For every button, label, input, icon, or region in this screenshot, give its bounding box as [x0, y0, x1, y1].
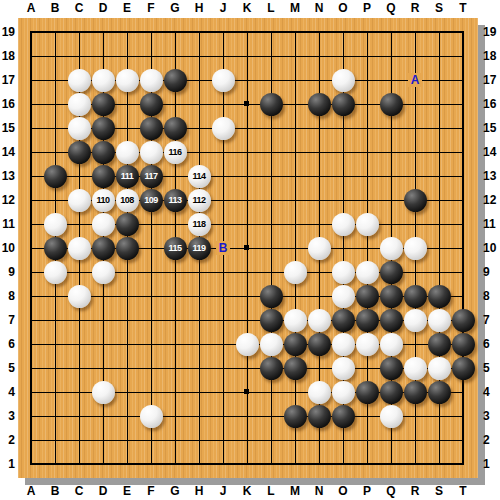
intersection-E5[interactable] [115, 356, 139, 380]
intersection-L16[interactable] [259, 92, 283, 116]
intersection-M9[interactable] [283, 260, 307, 284]
intersection-E6[interactable] [115, 332, 139, 356]
intersection-M18[interactable] [283, 44, 307, 68]
intersection-B10[interactable] [43, 236, 67, 260]
intersection-F5[interactable] [139, 356, 163, 380]
intersection-A7[interactable] [19, 308, 43, 332]
intersection-A2[interactable] [19, 428, 43, 452]
intersection-J14[interactable] [211, 140, 235, 164]
intersection-R17[interactable]: A [403, 68, 427, 92]
intersection-D6[interactable] [91, 332, 115, 356]
intersection-B5[interactable] [43, 356, 67, 380]
intersection-K10[interactable] [235, 236, 259, 260]
intersection-J6[interactable] [211, 332, 235, 356]
intersection-J10[interactable]: B [211, 236, 235, 260]
intersection-C12[interactable] [67, 188, 91, 212]
intersection-L2[interactable] [259, 428, 283, 452]
intersection-P2[interactable] [355, 428, 379, 452]
intersection-N5[interactable] [307, 356, 331, 380]
intersection-J1[interactable] [211, 452, 235, 476]
intersection-K14[interactable] [235, 140, 259, 164]
intersection-R7[interactable] [403, 308, 427, 332]
intersection-S13[interactable] [427, 164, 451, 188]
intersection-J15[interactable] [211, 116, 235, 140]
intersection-S17[interactable] [427, 68, 451, 92]
intersection-S11[interactable] [427, 212, 451, 236]
intersection-N1[interactable] [307, 452, 331, 476]
intersection-M10[interactable] [283, 236, 307, 260]
intersection-H3[interactable] [187, 404, 211, 428]
intersection-K11[interactable] [235, 212, 259, 236]
intersection-S19[interactable] [427, 20, 451, 44]
intersection-L17[interactable] [259, 68, 283, 92]
intersection-A19[interactable] [19, 20, 43, 44]
intersection-J12[interactable] [211, 188, 235, 212]
intersection-B1[interactable] [43, 452, 67, 476]
intersection-O14[interactable] [331, 140, 355, 164]
intersection-O18[interactable] [331, 44, 355, 68]
intersection-L14[interactable] [259, 140, 283, 164]
intersection-C17[interactable] [67, 68, 91, 92]
intersection-E14[interactable] [115, 140, 139, 164]
intersection-D8[interactable] [91, 284, 115, 308]
intersection-A4[interactable] [19, 380, 43, 404]
intersection-J11[interactable] [211, 212, 235, 236]
intersection-K17[interactable] [235, 68, 259, 92]
intersection-C11[interactable] [67, 212, 91, 236]
intersection-N19[interactable] [307, 20, 331, 44]
intersection-K1[interactable] [235, 452, 259, 476]
intersection-J16[interactable] [211, 92, 235, 116]
intersection-M15[interactable] [283, 116, 307, 140]
intersection-A3[interactable] [19, 404, 43, 428]
intersection-H16[interactable] [187, 92, 211, 116]
intersection-F3[interactable] [139, 404, 163, 428]
intersection-L18[interactable] [259, 44, 283, 68]
intersection-R4[interactable] [403, 380, 427, 404]
intersection-J7[interactable] [211, 308, 235, 332]
intersection-J4[interactable] [211, 380, 235, 404]
intersection-H4[interactable] [187, 380, 211, 404]
intersection-E11[interactable] [115, 212, 139, 236]
intersection-N13[interactable] [307, 164, 331, 188]
intersection-J2[interactable] [211, 428, 235, 452]
intersection-C15[interactable] [67, 116, 91, 140]
intersection-E2[interactable] [115, 428, 139, 452]
intersection-G9[interactable] [163, 260, 187, 284]
intersection-C10[interactable] [67, 236, 91, 260]
intersection-G15[interactable] [163, 116, 187, 140]
intersection-F9[interactable] [139, 260, 163, 284]
intersection-H12[interactable]: 112 [187, 188, 211, 212]
intersection-J17[interactable] [211, 68, 235, 92]
intersection-H7[interactable] [187, 308, 211, 332]
intersection-P3[interactable] [355, 404, 379, 428]
intersection-K16[interactable] [235, 92, 259, 116]
intersection-T12[interactable] [451, 188, 475, 212]
intersection-F18[interactable] [139, 44, 163, 68]
intersection-E1[interactable] [115, 452, 139, 476]
intersection-F14[interactable] [139, 140, 163, 164]
intersection-G3[interactable] [163, 404, 187, 428]
intersection-D18[interactable] [91, 44, 115, 68]
intersection-G2[interactable] [163, 428, 187, 452]
intersection-O13[interactable] [331, 164, 355, 188]
intersection-F10[interactable] [139, 236, 163, 260]
intersection-L3[interactable] [259, 404, 283, 428]
intersection-M4[interactable] [283, 380, 307, 404]
intersection-S4[interactable] [427, 380, 451, 404]
intersection-N12[interactable] [307, 188, 331, 212]
intersection-E19[interactable] [115, 20, 139, 44]
intersection-E4[interactable] [115, 380, 139, 404]
intersection-G6[interactable] [163, 332, 187, 356]
intersection-M12[interactable] [283, 188, 307, 212]
intersection-E15[interactable] [115, 116, 139, 140]
intersection-K12[interactable] [235, 188, 259, 212]
intersection-O2[interactable] [331, 428, 355, 452]
intersection-B15[interactable] [43, 116, 67, 140]
intersection-D12[interactable]: 110 [91, 188, 115, 212]
intersection-O7[interactable] [331, 308, 355, 332]
intersection-C5[interactable] [67, 356, 91, 380]
intersection-C18[interactable] [67, 44, 91, 68]
intersection-E13[interactable]: 111 [115, 164, 139, 188]
intersection-N4[interactable] [307, 380, 331, 404]
intersection-K4[interactable] [235, 380, 259, 404]
intersection-R15[interactable] [403, 116, 427, 140]
intersection-N14[interactable] [307, 140, 331, 164]
intersection-B19[interactable] [43, 20, 67, 44]
intersection-P14[interactable] [355, 140, 379, 164]
intersection-H8[interactable] [187, 284, 211, 308]
intersection-L15[interactable] [259, 116, 283, 140]
intersection-L12[interactable] [259, 188, 283, 212]
intersection-G16[interactable] [163, 92, 187, 116]
intersection-R5[interactable] [403, 356, 427, 380]
intersection-T3[interactable] [451, 404, 475, 428]
intersection-J5[interactable] [211, 356, 235, 380]
intersection-M5[interactable] [283, 356, 307, 380]
intersection-D13[interactable] [91, 164, 115, 188]
intersection-F13[interactable]: 117 [139, 164, 163, 188]
intersection-S9[interactable] [427, 260, 451, 284]
intersection-H6[interactable] [187, 332, 211, 356]
intersection-G18[interactable] [163, 44, 187, 68]
intersection-M11[interactable] [283, 212, 307, 236]
intersection-O15[interactable] [331, 116, 355, 140]
intersection-Q16[interactable] [379, 92, 403, 116]
intersection-M16[interactable] [283, 92, 307, 116]
intersection-G4[interactable] [163, 380, 187, 404]
intersection-F6[interactable] [139, 332, 163, 356]
intersection-A17[interactable] [19, 68, 43, 92]
intersection-T11[interactable] [451, 212, 475, 236]
intersection-R14[interactable] [403, 140, 427, 164]
intersection-S1[interactable] [427, 452, 451, 476]
intersection-F11[interactable] [139, 212, 163, 236]
intersection-R9[interactable] [403, 260, 427, 284]
intersection-M1[interactable] [283, 452, 307, 476]
intersection-Q7[interactable] [379, 308, 403, 332]
intersection-J8[interactable] [211, 284, 235, 308]
intersection-B18[interactable] [43, 44, 67, 68]
intersection-M2[interactable] [283, 428, 307, 452]
intersection-H14[interactable] [187, 140, 211, 164]
intersection-J3[interactable] [211, 404, 235, 428]
intersection-L19[interactable] [259, 20, 283, 44]
intersection-S7[interactable] [427, 308, 451, 332]
intersection-T7[interactable] [451, 308, 475, 332]
intersection-P10[interactable] [355, 236, 379, 260]
intersection-E17[interactable] [115, 68, 139, 92]
intersection-D9[interactable] [91, 260, 115, 284]
intersection-M7[interactable] [283, 308, 307, 332]
intersection-K6[interactable] [235, 332, 259, 356]
intersection-M3[interactable] [283, 404, 307, 428]
intersection-K7[interactable] [235, 308, 259, 332]
intersection-B14[interactable] [43, 140, 67, 164]
intersection-Q1[interactable] [379, 452, 403, 476]
intersection-P15[interactable] [355, 116, 379, 140]
intersection-Q6[interactable] [379, 332, 403, 356]
intersection-G8[interactable] [163, 284, 187, 308]
intersection-T8[interactable] [451, 284, 475, 308]
intersection-B12[interactable] [43, 188, 67, 212]
intersection-B11[interactable] [43, 212, 67, 236]
intersection-S16[interactable] [427, 92, 451, 116]
intersection-O3[interactable] [331, 404, 355, 428]
intersection-P4[interactable] [355, 380, 379, 404]
intersection-A18[interactable] [19, 44, 43, 68]
intersection-D19[interactable] [91, 20, 115, 44]
intersection-A13[interactable] [19, 164, 43, 188]
intersection-D11[interactable] [91, 212, 115, 236]
intersection-R11[interactable] [403, 212, 427, 236]
intersection-N16[interactable] [307, 92, 331, 116]
intersection-A14[interactable] [19, 140, 43, 164]
intersection-K2[interactable] [235, 428, 259, 452]
intersection-K19[interactable] [235, 20, 259, 44]
intersection-A16[interactable] [19, 92, 43, 116]
intersection-K15[interactable] [235, 116, 259, 140]
intersection-L5[interactable] [259, 356, 283, 380]
intersection-B16[interactable] [43, 92, 67, 116]
intersection-M14[interactable] [283, 140, 307, 164]
intersection-H19[interactable] [187, 20, 211, 44]
intersection-C2[interactable] [67, 428, 91, 452]
intersection-G11[interactable] [163, 212, 187, 236]
intersection-F17[interactable] [139, 68, 163, 92]
intersection-R3[interactable] [403, 404, 427, 428]
intersection-F15[interactable] [139, 116, 163, 140]
intersection-P8[interactable] [355, 284, 379, 308]
intersection-S15[interactable] [427, 116, 451, 140]
intersection-T13[interactable] [451, 164, 475, 188]
intersection-H5[interactable] [187, 356, 211, 380]
intersection-P17[interactable] [355, 68, 379, 92]
intersection-C19[interactable] [67, 20, 91, 44]
intersection-K9[interactable] [235, 260, 259, 284]
intersection-S2[interactable] [427, 428, 451, 452]
intersection-H11[interactable]: 118 [187, 212, 211, 236]
intersection-T19[interactable] [451, 20, 475, 44]
intersection-E10[interactable] [115, 236, 139, 260]
intersection-M8[interactable] [283, 284, 307, 308]
intersection-F12[interactable]: 109 [139, 188, 163, 212]
intersection-Q13[interactable] [379, 164, 403, 188]
intersection-O19[interactable] [331, 20, 355, 44]
intersection-M13[interactable] [283, 164, 307, 188]
intersection-F4[interactable] [139, 380, 163, 404]
intersection-T17[interactable] [451, 68, 475, 92]
intersection-D7[interactable] [91, 308, 115, 332]
intersection-T9[interactable] [451, 260, 475, 284]
intersection-L6[interactable] [259, 332, 283, 356]
intersection-M17[interactable] [283, 68, 307, 92]
intersection-F2[interactable] [139, 428, 163, 452]
intersection-T16[interactable] [451, 92, 475, 116]
intersection-K3[interactable] [235, 404, 259, 428]
intersection-D17[interactable] [91, 68, 115, 92]
intersection-T1[interactable] [451, 452, 475, 476]
intersection-G14[interactable]: 116 [163, 140, 187, 164]
intersection-T2[interactable] [451, 428, 475, 452]
intersection-N3[interactable] [307, 404, 331, 428]
intersection-E7[interactable] [115, 308, 139, 332]
intersection-N10[interactable] [307, 236, 331, 260]
intersection-A8[interactable] [19, 284, 43, 308]
intersection-N17[interactable] [307, 68, 331, 92]
intersection-G12[interactable]: 113 [163, 188, 187, 212]
intersection-K5[interactable] [235, 356, 259, 380]
intersection-A11[interactable] [19, 212, 43, 236]
intersection-S14[interactable] [427, 140, 451, 164]
intersection-B8[interactable] [43, 284, 67, 308]
intersection-E12[interactable]: 108 [115, 188, 139, 212]
intersection-K8[interactable] [235, 284, 259, 308]
intersection-F1[interactable] [139, 452, 163, 476]
intersection-Q18[interactable] [379, 44, 403, 68]
intersection-N7[interactable] [307, 308, 331, 332]
intersection-O16[interactable] [331, 92, 355, 116]
intersection-H9[interactable] [187, 260, 211, 284]
intersection-H17[interactable] [187, 68, 211, 92]
intersection-T18[interactable] [451, 44, 475, 68]
intersection-S6[interactable] [427, 332, 451, 356]
intersection-D4[interactable] [91, 380, 115, 404]
intersection-R18[interactable] [403, 44, 427, 68]
intersection-O11[interactable] [331, 212, 355, 236]
intersection-N6[interactable] [307, 332, 331, 356]
intersection-O4[interactable] [331, 380, 355, 404]
intersection-T4[interactable] [451, 380, 475, 404]
intersection-R6[interactable] [403, 332, 427, 356]
intersection-G5[interactable] [163, 356, 187, 380]
intersection-P11[interactable] [355, 212, 379, 236]
intersection-E9[interactable] [115, 260, 139, 284]
intersection-Q3[interactable] [379, 404, 403, 428]
intersection-S5[interactable] [427, 356, 451, 380]
intersection-S8[interactable] [427, 284, 451, 308]
intersection-O1[interactable] [331, 452, 355, 476]
intersection-Q17[interactable] [379, 68, 403, 92]
intersection-Q4[interactable] [379, 380, 403, 404]
intersection-B3[interactable] [43, 404, 67, 428]
intersection-L4[interactable] [259, 380, 283, 404]
intersection-C9[interactable] [67, 260, 91, 284]
intersection-Q12[interactable] [379, 188, 403, 212]
intersection-G7[interactable] [163, 308, 187, 332]
intersection-K13[interactable] [235, 164, 259, 188]
intersection-Q14[interactable] [379, 140, 403, 164]
intersection-B2[interactable] [43, 428, 67, 452]
intersection-G19[interactable] [163, 20, 187, 44]
intersection-N9[interactable] [307, 260, 331, 284]
intersection-P16[interactable] [355, 92, 379, 116]
intersection-Q9[interactable] [379, 260, 403, 284]
intersection-M6[interactable] [283, 332, 307, 356]
intersection-O8[interactable] [331, 284, 355, 308]
intersection-H1[interactable] [187, 452, 211, 476]
intersection-B13[interactable] [43, 164, 67, 188]
intersection-G17[interactable] [163, 68, 187, 92]
intersection-C14[interactable] [67, 140, 91, 164]
intersection-P9[interactable] [355, 260, 379, 284]
intersection-C7[interactable] [67, 308, 91, 332]
intersection-C16[interactable] [67, 92, 91, 116]
intersection-D10[interactable] [91, 236, 115, 260]
intersection-P13[interactable] [355, 164, 379, 188]
intersection-D2[interactable] [91, 428, 115, 452]
intersection-J19[interactable] [211, 20, 235, 44]
intersection-O5[interactable] [331, 356, 355, 380]
intersection-S18[interactable] [427, 44, 451, 68]
intersection-P1[interactable] [355, 452, 379, 476]
intersection-P18[interactable] [355, 44, 379, 68]
intersection-A15[interactable] [19, 116, 43, 140]
intersection-E8[interactable] [115, 284, 139, 308]
intersection-S12[interactable] [427, 188, 451, 212]
intersection-R10[interactable] [403, 236, 427, 260]
intersection-R16[interactable] [403, 92, 427, 116]
intersection-A1[interactable] [19, 452, 43, 476]
intersection-H2[interactable] [187, 428, 211, 452]
intersection-D1[interactable] [91, 452, 115, 476]
intersection-R8[interactable] [403, 284, 427, 308]
intersection-Q10[interactable] [379, 236, 403, 260]
intersection-A12[interactable] [19, 188, 43, 212]
intersection-G13[interactable] [163, 164, 187, 188]
intersection-H13[interactable]: 114 [187, 164, 211, 188]
intersection-A9[interactable] [19, 260, 43, 284]
intersection-B9[interactable] [43, 260, 67, 284]
intersection-B6[interactable] [43, 332, 67, 356]
intersection-N2[interactable] [307, 428, 331, 452]
intersection-C6[interactable] [67, 332, 91, 356]
intersection-P12[interactable] [355, 188, 379, 212]
intersection-D15[interactable] [91, 116, 115, 140]
intersection-J13[interactable] [211, 164, 235, 188]
intersection-F7[interactable] [139, 308, 163, 332]
intersection-R13[interactable] [403, 164, 427, 188]
intersection-T15[interactable] [451, 116, 475, 140]
intersection-N15[interactable] [307, 116, 331, 140]
intersection-L8[interactable] [259, 284, 283, 308]
intersection-H18[interactable] [187, 44, 211, 68]
intersection-J9[interactable] [211, 260, 235, 284]
intersection-Q2[interactable] [379, 428, 403, 452]
